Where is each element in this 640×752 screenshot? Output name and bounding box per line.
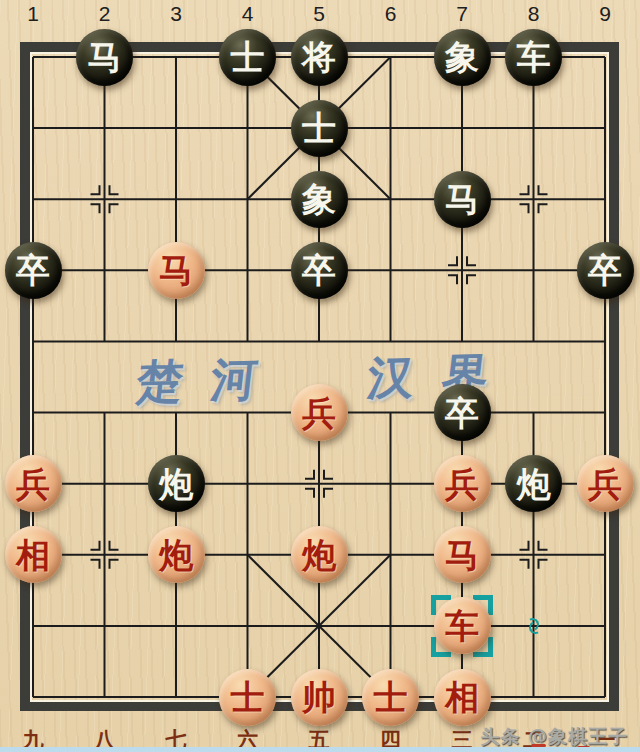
piece-red-cannon[interactable]: 炮: [291, 526, 348, 583]
piece-red-cannon[interactable]: 炮: [148, 526, 205, 583]
piece-red-horse[interactable]: 马: [148, 242, 205, 299]
file-label-top-6: 6: [371, 2, 411, 26]
piece-red-soldier[interactable]: 兵: [291, 384, 348, 441]
piece-black-soldier[interactable]: 卒: [577, 242, 634, 299]
piece-red-general[interactable]: 帅: [291, 669, 348, 726]
piece-black-elephant[interactable]: 象: [291, 171, 348, 228]
piece-red-horse[interactable]: 马: [434, 526, 491, 583]
piece-black-horse[interactable]: 马: [76, 29, 133, 86]
river-text-chu-he: 楚河: [133, 348, 289, 414]
file-label-top-7: 7: [442, 2, 482, 26]
file-label-top-5: 5: [299, 2, 339, 26]
piece-black-advisor[interactable]: 士: [219, 29, 276, 86]
bottom-strip: [0, 747, 640, 752]
piece-red-advisor[interactable]: 士: [362, 669, 419, 726]
piece-black-cannon[interactable]: 炮: [505, 455, 562, 512]
file-label-top-4: 4: [228, 2, 268, 26]
file-label-top-3: 3: [156, 2, 196, 26]
piece-red-soldier[interactable]: 兵: [5, 455, 62, 512]
piece-black-general[interactable]: 将: [291, 29, 348, 86]
xiangqi-board: 123456789 九八七六五四三二一 楚河 汉界 马士将象车士象马卒马卒卒兵卒…: [0, 0, 640, 752]
piece-black-elephant[interactable]: 象: [434, 29, 491, 86]
piece-black-cannon[interactable]: 炮: [148, 455, 205, 512]
piece-black-horse[interactable]: 马: [434, 171, 491, 228]
piece-red-soldier[interactable]: 兵: [434, 455, 491, 512]
file-label-top-1: 1: [13, 2, 53, 26]
piece-red-soldier[interactable]: 兵: [577, 455, 634, 512]
file-label-top-8: 8: [514, 2, 554, 26]
piece-red-advisor[interactable]: 士: [219, 669, 276, 726]
piece-red-chariot[interactable]: 车: [434, 597, 491, 654]
last-move-origin-marker: [526, 618, 542, 634]
file-label-top-2: 2: [85, 2, 125, 26]
piece-red-elephant[interactable]: 相: [5, 526, 62, 583]
piece-black-chariot[interactable]: 车: [505, 29, 562, 86]
file-label-top-9: 9: [585, 2, 625, 26]
piece-black-soldier[interactable]: 卒: [291, 242, 348, 299]
piece-red-elephant[interactable]: 相: [434, 669, 491, 726]
piece-black-soldier[interactable]: 卒: [5, 242, 62, 299]
piece-black-advisor[interactable]: 士: [291, 100, 348, 157]
piece-black-soldier[interactable]: 卒: [434, 384, 491, 441]
